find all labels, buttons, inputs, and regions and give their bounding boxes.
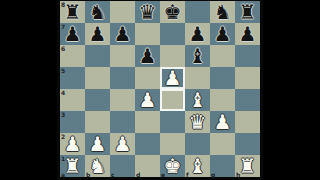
square-a7[interactable]: 7♟	[60, 23, 85, 45]
piece-white-rook-a1[interactable]: ♜	[64, 156, 82, 176]
rank-label-8: 8	[61, 1, 65, 8]
piece-black-king-e8[interactable]: ♚	[164, 2, 182, 22]
piece-black-rook-h8[interactable]: ♜	[239, 2, 257, 22]
piece-black-pawn-b7[interactable]: ♟	[89, 24, 107, 44]
piece-black-knight-g8[interactable]: ♞	[214, 2, 232, 22]
square-b7[interactable]: ♟	[85, 23, 110, 45]
square-c2[interactable]: ♟	[110, 133, 135, 155]
square-a4[interactable]: 4	[60, 89, 85, 111]
square-c6[interactable]	[110, 45, 135, 67]
square-e2[interactable]	[160, 133, 185, 155]
square-d2[interactable]	[135, 133, 160, 155]
piece-white-pawn-a2[interactable]: ♟	[64, 134, 82, 154]
square-d8[interactable]: ♛	[135, 1, 160, 23]
square-d6[interactable]: ♟	[135, 45, 160, 67]
file-label-h: h	[236, 172, 240, 178]
piece-black-pawn-f7[interactable]: ♟	[189, 24, 207, 44]
square-h7[interactable]: ♟	[235, 23, 260, 45]
square-h6[interactable]	[235, 45, 260, 67]
chess-board: 8♜♞♛♚♞♜7♟♟♟♟♟♟6♟♝5♟4♟♝3♛♟2♟♟♟1a♜b♞cde♚f♝…	[60, 1, 260, 177]
chess-board-frame: 8♜♞♛♚♞♜7♟♟♟♟♟♟6♟♝5♟4♟♝3♛♟2♟♟♟1a♜b♞cde♚f♝…	[57, 0, 263, 180]
file-label-f: f	[186, 172, 189, 178]
piece-white-pawn-g3[interactable]: ♟	[214, 112, 232, 132]
rank-label-6: 6	[61, 45, 65, 52]
rank-label-3: 3	[61, 111, 65, 118]
square-b2[interactable]: ♟	[85, 133, 110, 155]
piece-black-pawn-h7[interactable]: ♟	[239, 24, 257, 44]
file-label-c: c	[111, 172, 115, 178]
square-g3[interactable]: ♟	[210, 111, 235, 133]
square-h3[interactable]	[235, 111, 260, 133]
piece-black-queen-d8[interactable]: ♛	[139, 2, 157, 22]
rank-label-5: 5	[61, 67, 65, 74]
piece-white-bishop-f1[interactable]: ♝	[189, 156, 207, 176]
square-f1[interactable]: f♝	[185, 155, 210, 177]
square-f3[interactable]: ♛	[185, 111, 210, 133]
square-a2[interactable]: 2♟	[60, 133, 85, 155]
square-g5[interactable]	[210, 67, 235, 89]
square-f8[interactable]	[185, 1, 210, 23]
square-b5[interactable]	[85, 67, 110, 89]
square-f2[interactable]	[185, 133, 210, 155]
square-f5[interactable]	[185, 67, 210, 89]
square-d1[interactable]: d	[135, 155, 160, 177]
square-a5[interactable]: 5	[60, 67, 85, 89]
square-a6[interactable]: 6	[60, 45, 85, 67]
square-b1[interactable]: b♞	[85, 155, 110, 177]
square-g2[interactable]	[210, 133, 235, 155]
piece-black-rook-a8[interactable]: ♜	[64, 2, 82, 22]
square-e3[interactable]	[160, 111, 185, 133]
square-g8[interactable]: ♞	[210, 1, 235, 23]
square-b3[interactable]	[85, 111, 110, 133]
square-c3[interactable]	[110, 111, 135, 133]
square-f7[interactable]: ♟	[185, 23, 210, 45]
piece-black-pawn-d6[interactable]: ♟	[139, 46, 157, 66]
piece-white-queen-f3[interactable]: ♛	[189, 112, 207, 132]
piece-black-pawn-a7[interactable]: ♟	[64, 24, 82, 44]
file-label-d: d	[136, 172, 140, 178]
square-g1[interactable]: g	[210, 155, 235, 177]
square-g7[interactable]: ♟	[210, 23, 235, 45]
square-h1[interactable]: h♜	[235, 155, 260, 177]
video-frame: 8♜♞♛♚♞♜7♟♟♟♟♟♟6♟♝5♟4♟♝3♛♟2♟♟♟1a♜b♞cde♚f♝…	[0, 0, 320, 180]
file-label-e: e	[161, 172, 165, 178]
file-label-a: a	[61, 172, 65, 178]
rank-label-7: 7	[61, 23, 65, 30]
square-h8[interactable]: ♜	[235, 1, 260, 23]
square-h2[interactable]	[235, 133, 260, 155]
rank-label-1: 1	[61, 155, 65, 162]
piece-white-pawn-d4[interactable]: ♟	[139, 90, 157, 110]
rank-label-2: 2	[61, 133, 65, 140]
square-e7[interactable]	[160, 23, 185, 45]
square-c4[interactable]	[110, 89, 135, 111]
square-f6[interactable]: ♝	[185, 45, 210, 67]
file-label-g: g	[211, 172, 215, 178]
square-d5[interactable]	[135, 67, 160, 89]
square-h5[interactable]	[235, 67, 260, 89]
square-g6[interactable]	[210, 45, 235, 67]
square-a1[interactable]: 1a♜	[60, 155, 85, 177]
piece-white-king-e1[interactable]: ♚	[164, 156, 182, 176]
square-e8[interactable]: ♚	[160, 1, 185, 23]
square-d7[interactable]	[135, 23, 160, 45]
square-c5[interactable]	[110, 67, 135, 89]
square-g4[interactable]	[210, 89, 235, 111]
piece-white-pawn-b2[interactable]: ♟	[89, 134, 107, 154]
square-c8[interactable]	[110, 1, 135, 23]
square-b8[interactable]: ♞	[85, 1, 110, 23]
piece-white-pawn-e5[interactable]: ♟	[164, 68, 182, 88]
square-e4[interactable]	[160, 89, 185, 111]
square-e1[interactable]: e♚	[160, 155, 185, 177]
file-label-b: b	[86, 172, 90, 178]
square-c7[interactable]: ♟	[110, 23, 135, 45]
square-d4[interactable]: ♟	[135, 89, 160, 111]
piece-black-bishop-f6[interactable]: ♝	[189, 46, 207, 66]
piece-white-pawn-c2[interactable]: ♟	[114, 134, 132, 154]
piece-black-pawn-c7[interactable]: ♟	[114, 24, 132, 44]
piece-white-rook-h1[interactable]: ♜	[239, 156, 257, 176]
square-b6[interactable]	[85, 45, 110, 67]
square-h4[interactable]	[235, 89, 260, 111]
square-a8[interactable]: 8♜	[60, 1, 85, 23]
square-a3[interactable]: 3	[60, 111, 85, 133]
piece-black-knight-b8[interactable]: ♞	[89, 2, 107, 22]
square-b4[interactable]	[85, 89, 110, 111]
square-d3[interactable]	[135, 111, 160, 133]
piece-white-bishop-f4[interactable]: ♝	[189, 90, 207, 110]
piece-white-knight-b1[interactable]: ♞	[89, 156, 107, 176]
square-e5[interactable]: ♟	[160, 67, 185, 89]
square-f4[interactable]: ♝	[185, 89, 210, 111]
square-c1[interactable]: c	[110, 155, 135, 177]
piece-black-pawn-g7[interactable]: ♟	[214, 24, 232, 44]
rank-label-4: 4	[61, 89, 65, 96]
square-e6[interactable]	[160, 45, 185, 67]
